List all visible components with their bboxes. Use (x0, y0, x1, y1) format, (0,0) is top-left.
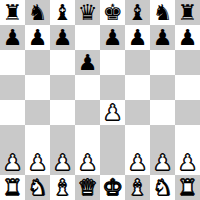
square-g2[interactable]: ♟ (150, 150, 175, 175)
square-d7[interactable] (75, 25, 100, 50)
piece-white-pawn: ♟ (153, 150, 173, 175)
square-d1[interactable]: ♛ (75, 175, 100, 200)
square-g7[interactable]: ♟ (150, 25, 175, 50)
square-f4[interactable] (125, 100, 150, 125)
piece-black-pawn: ♟ (128, 25, 148, 50)
piece-black-king: ♚ (103, 0, 123, 25)
square-a7[interactable]: ♟ (0, 25, 25, 50)
piece-black-rook: ♜ (3, 0, 23, 25)
square-f1[interactable]: ♝ (125, 175, 150, 200)
piece-white-knight: ♞ (153, 175, 173, 200)
square-f6[interactable] (125, 50, 150, 75)
piece-black-pawn: ♟ (103, 25, 123, 50)
square-b5[interactable] (25, 75, 50, 100)
chess-board: ♜♞♝♛♚♝♞♜♟♟♟♟♟♟♟♟♟♟♟♟♟♟♟♟♜♞♝♛♚♝♞♜ (0, 0, 200, 200)
square-a2[interactable]: ♟ (0, 150, 25, 175)
piece-white-pawn: ♟ (103, 100, 123, 125)
piece-white-pawn: ♟ (78, 150, 98, 175)
square-c4[interactable] (50, 100, 75, 125)
square-f5[interactable] (125, 75, 150, 100)
piece-white-bishop: ♝ (128, 175, 148, 200)
square-a8[interactable]: ♜ (0, 0, 25, 25)
piece-black-knight: ♞ (153, 0, 173, 25)
square-d6[interactable]: ♟ (75, 50, 100, 75)
square-h1[interactable]: ♜ (175, 175, 200, 200)
square-e2[interactable] (100, 150, 125, 175)
square-h6[interactable] (175, 50, 200, 75)
square-f3[interactable] (125, 125, 150, 150)
square-h4[interactable] (175, 100, 200, 125)
piece-black-pawn: ♟ (153, 25, 173, 50)
square-h3[interactable] (175, 125, 200, 150)
piece-black-queen: ♛ (78, 0, 98, 25)
piece-white-pawn: ♟ (3, 150, 23, 175)
square-h5[interactable] (175, 75, 200, 100)
square-f7[interactable]: ♟ (125, 25, 150, 50)
square-f2[interactable]: ♟ (125, 150, 150, 175)
square-h2[interactable]: ♟ (175, 150, 200, 175)
square-e3[interactable] (100, 125, 125, 150)
square-d4[interactable] (75, 100, 100, 125)
square-g8[interactable]: ♞ (150, 0, 175, 25)
square-e5[interactable] (100, 75, 125, 100)
piece-black-pawn: ♟ (3, 25, 23, 50)
square-h7[interactable]: ♟ (175, 25, 200, 50)
square-c1[interactable]: ♝ (50, 175, 75, 200)
square-e7[interactable]: ♟ (100, 25, 125, 50)
piece-white-pawn: ♟ (178, 150, 198, 175)
square-g3[interactable] (150, 125, 175, 150)
square-h8[interactable]: ♜ (175, 0, 200, 25)
square-a5[interactable] (0, 75, 25, 100)
piece-white-king: ♚ (103, 175, 123, 200)
square-c8[interactable]: ♝ (50, 0, 75, 25)
square-f8[interactable]: ♝ (125, 0, 150, 25)
square-c5[interactable] (50, 75, 75, 100)
piece-white-knight: ♞ (28, 175, 48, 200)
square-b4[interactable] (25, 100, 50, 125)
square-a6[interactable] (0, 50, 25, 75)
piece-black-pawn: ♟ (178, 25, 198, 50)
square-d5[interactable] (75, 75, 100, 100)
square-c7[interactable]: ♟ (50, 25, 75, 50)
square-a4[interactable] (0, 100, 25, 125)
piece-white-bishop: ♝ (53, 175, 73, 200)
piece-white-rook: ♜ (178, 175, 198, 200)
square-c3[interactable] (50, 125, 75, 150)
square-b1[interactable]: ♞ (25, 175, 50, 200)
square-g4[interactable] (150, 100, 175, 125)
square-b3[interactable] (25, 125, 50, 150)
square-g5[interactable] (150, 75, 175, 100)
square-a1[interactable]: ♜ (0, 175, 25, 200)
piece-black-knight: ♞ (28, 0, 48, 25)
square-c6[interactable] (50, 50, 75, 75)
square-e8[interactable]: ♚ (100, 0, 125, 25)
piece-white-pawn: ♟ (53, 150, 73, 175)
piece-black-bishop: ♝ (53, 0, 73, 25)
piece-black-pawn: ♟ (53, 25, 73, 50)
square-b8[interactable]: ♞ (25, 0, 50, 25)
square-c2[interactable]: ♟ (50, 150, 75, 175)
square-a3[interactable] (0, 125, 25, 150)
piece-black-pawn: ♟ (28, 25, 48, 50)
piece-black-bishop: ♝ (128, 0, 148, 25)
square-d2[interactable]: ♟ (75, 150, 100, 175)
piece-black-pawn: ♟ (78, 50, 98, 75)
square-b2[interactable]: ♟ (25, 150, 50, 175)
piece-white-pawn: ♟ (128, 150, 148, 175)
square-e4[interactable]: ♟ (100, 100, 125, 125)
square-g1[interactable]: ♞ (150, 175, 175, 200)
piece-white-queen: ♛ (78, 175, 98, 200)
piece-white-rook: ♜ (3, 175, 23, 200)
piece-black-rook: ♜ (178, 0, 198, 25)
square-e6[interactable] (100, 50, 125, 75)
square-d8[interactable]: ♛ (75, 0, 100, 25)
square-d3[interactable] (75, 125, 100, 150)
square-b6[interactable] (25, 50, 50, 75)
square-e1[interactable]: ♚ (100, 175, 125, 200)
square-b7[interactable]: ♟ (25, 25, 50, 50)
piece-white-pawn: ♟ (28, 150, 48, 175)
square-g6[interactable] (150, 50, 175, 75)
